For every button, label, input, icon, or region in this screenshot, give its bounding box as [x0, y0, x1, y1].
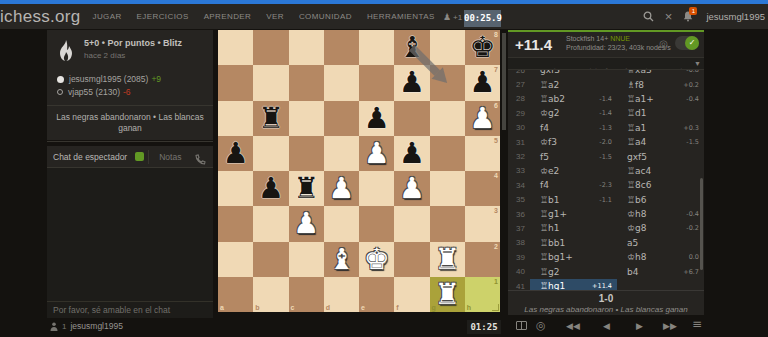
coord-rank-2: 2 [494, 243, 498, 250]
square-b5[interactable] [253, 136, 288, 171]
square-c6[interactable] [289, 101, 324, 136]
move-row-35: 35♖b1-1.1♖b6 [508, 193, 704, 207]
username[interactable]: jesusmgl1995 [706, 11, 765, 22]
move-row-38: 38♖bb1a5 [508, 236, 704, 250]
pawn-icon: ♟ [443, 12, 451, 22]
square-g5[interactable] [430, 136, 465, 171]
square-c4[interactable]: ♜ [289, 171, 324, 206]
square-a4[interactable] [218, 171, 253, 206]
analysis-panel: +11.4 Stockfish 14+ NNUE Profundidad: 23… [508, 30, 704, 315]
square-b3[interactable] [253, 206, 288, 241]
move-list-scrollbar[interactable] [700, 178, 703, 270]
move-39-white[interactable]: ♖bg1+ [530, 250, 617, 264]
pv-expand-icon[interactable]: ▼ [694, 60, 701, 67]
nav-right: × 1 jesusmgl1995 [643, 4, 765, 29]
tab-spectator-chat[interactable]: Chat de espectador [47, 152, 133, 162]
move-list: 26gxf3♕xa3-0.827♖a2♗f8+0.228♖ab2-1.4♖a1+… [508, 70, 704, 290]
move-28-white[interactable]: ♖ab2-1.4 [530, 92, 617, 106]
move-30-black[interactable]: ♖a1+0.3 [617, 121, 704, 135]
square-e2[interactable]: ♚ [359, 242, 394, 277]
square-g8[interactable] [430, 30, 465, 65]
piece-bR-b6[interactable]: ♜ [253, 101, 288, 136]
square-a3[interactable] [218, 206, 253, 241]
square-f1[interactable]: f [394, 277, 429, 312]
move-26-black[interactable]: ♕xa3-0.8 [617, 70, 704, 77]
engine-toggle-knob: ✓ [685, 36, 699, 50]
piece-wK-e2[interactable]: ♚ [359, 242, 394, 277]
move-number: 37 [508, 224, 530, 233]
move-34-white[interactable]: f4-2.3 [530, 178, 617, 192]
coord-file-b: b [255, 304, 259, 311]
nav-item-jugar[interactable]: JUGAR [92, 12, 121, 21]
coord-rank-6: 6 [494, 102, 498, 109]
game-meta-panel: 5+0 • Por puntos • Blitz hace 2 días jes… [47, 30, 213, 140]
chess-board: ♝♚8♟♟7♜♟♟6♟♟♟5♟♜♟♟4♟3♝♚♜2abcdef♜gh1 [218, 30, 500, 312]
move-number: 40 [508, 267, 530, 276]
move-33-white[interactable]: ♔e2 [530, 164, 617, 178]
move-41-black [617, 279, 704, 290]
result-text: Las negras abandonaron • Las blancas gan… [508, 305, 704, 314]
square-f2[interactable] [394, 242, 429, 277]
chat-input[interactable]: Por favor, sé amable en el chat [47, 301, 213, 318]
coord-rank-4: 4 [494, 172, 498, 179]
nav-item-aprender[interactable]: APRENDER [204, 12, 252, 21]
move-row-37: 37♖h1♔g8-0.2 [508, 221, 704, 235]
square-g1[interactable]: ♜g [430, 277, 465, 312]
piece-bP-f5[interactable]: ♟ [394, 136, 429, 171]
square-a5[interactable]: ♟ [218, 136, 253, 171]
coord-file-d: d [326, 304, 330, 311]
move-29-white[interactable]: ♔g2-1.4 [530, 106, 617, 120]
navbar: ichess.org JUGAREJERCICIOSAPRENDERVERCOM… [0, 4, 768, 29]
move-34-black[interactable]: ♖8c6 [617, 178, 704, 192]
move-27-white[interactable]: ♖a2 [530, 77, 617, 91]
rating-delta: +9 [151, 74, 161, 84]
coord-file-g: g [432, 304, 436, 311]
black-clock: 00:25.9 [464, 10, 501, 27]
move-number: 36 [508, 210, 530, 219]
time-control: 5+0 • Por puntos • Blitz [84, 38, 182, 48]
zen-phone-icon[interactable] [195, 151, 206, 169]
black-material-advantage: ♟ +1 [443, 12, 462, 22]
piece-wP-c3[interactable]: ♟ [289, 206, 324, 241]
site-logo[interactable]: ichess.org [0, 7, 80, 27]
square-h6[interactable]: ♟6 [465, 101, 500, 136]
square-h8[interactable]: ♚8 [465, 30, 500, 65]
board-panel-gutter[interactable] [502, 33, 506, 130]
move-row-40: 40♖g2b4+6.7 [508, 264, 704, 278]
move-32-white[interactable]: f5-1.5 [530, 149, 617, 163]
chat-messages [47, 168, 213, 301]
square-b2[interactable] [253, 242, 288, 277]
square-b1[interactable]: b [253, 277, 288, 312]
square-g6[interactable] [430, 101, 465, 136]
previous-move-button[interactable]: ◀ [603, 319, 610, 333]
move-row-31: 31♔f3-2.0♖a4-1.5 [508, 135, 704, 149]
square-e6[interactable]: ♟ [359, 101, 394, 136]
piece-wB-d2[interactable]: ♝ [324, 242, 359, 277]
square-b8[interactable] [253, 30, 288, 65]
game-date[interactable]: hace 2 días [84, 51, 182, 60]
move-number: 27 [508, 80, 530, 89]
move-row-30: 30f4-1.3♖a1+0.3 [508, 121, 704, 135]
tab-notes[interactable]: Notas [153, 152, 187, 162]
coord-file-e: e [361, 304, 365, 311]
move-row-41: 41♖hg1+11.4 [508, 279, 704, 290]
square-h4[interactable]: 4 [465, 171, 500, 206]
coord-rank-3: 3 [494, 207, 498, 214]
square-a8[interactable] [218, 30, 253, 65]
result-score: 1-0 [508, 293, 704, 304]
blitz-flame-icon [57, 40, 75, 68]
move-row-26: 26gxf3♕xa3-0.8 [508, 70, 704, 77]
last-move-button[interactable]: ▶▶ [663, 319, 677, 333]
square-h7[interactable]: ♟7 [465, 65, 500, 100]
move-38-white[interactable]: ♖bb1 [530, 236, 617, 250]
player-name: vjap55 (2130) [68, 87, 120, 97]
first-move-button[interactable]: ◀◀ [566, 319, 580, 333]
square-d3[interactable] [324, 206, 359, 241]
square-e3[interactable] [359, 206, 394, 241]
spectator-name[interactable]: jesusmgl1995 [70, 321, 122, 331]
square-b4[interactable]: ♟ [253, 171, 288, 206]
square-h2[interactable]: 2 [465, 242, 500, 277]
piece-bR-c4[interactable]: ♜ [289, 171, 324, 206]
move-row-34: 34f4-2.3♖8c6 [508, 178, 704, 192]
move-41-white[interactable]: ♖hg1+11.4 [530, 279, 617, 290]
coord-rank-5: 5 [494, 137, 498, 144]
piece-bP-a5[interactable]: ♟ [218, 136, 253, 171]
square-c5[interactable] [289, 136, 324, 171]
tab-divider [148, 150, 149, 164]
move-number: 29 [508, 109, 530, 118]
square-c3[interactable]: ♟ [289, 206, 324, 241]
move-number: 38 [508, 238, 530, 247]
engine-eval: +11.4 [515, 36, 552, 53]
square-d6[interactable] [324, 101, 359, 136]
square-a2[interactable] [218, 242, 253, 277]
move-row-33: 33♔e2♖ac4 [508, 164, 704, 178]
close-icon[interactable]: × [665, 9, 673, 24]
engine-name: Stockfish 14+ NNUE [566, 35, 671, 44]
move-37-white[interactable]: ♖h1 [530, 221, 617, 235]
square-d7[interactable] [324, 65, 359, 100]
chat-panel: Chat de espectador Notas Por favor, sé a… [47, 146, 213, 318]
square-c1[interactable]: c [289, 277, 324, 312]
square-b6[interactable]: ♜ [253, 101, 288, 136]
analysis-controls: ◎ ◀◀ ◀ ▶ ▶▶ ≡ [508, 317, 704, 337]
square-f7[interactable]: ♟ [394, 65, 429, 100]
nav-item-comunidad[interactable]: COMUNIDAD [299, 12, 352, 21]
piece-wP-e5[interactable]: ♟ [359, 136, 394, 171]
pv-line[interactable]: 41... ♗g7 42. ♖xg7 ♖b8 43. ♖xf7 ♖g8 44. … [508, 57, 704, 70]
square-f6[interactable] [394, 101, 429, 136]
square-g3[interactable] [430, 206, 465, 241]
square-h3[interactable]: 3 [465, 206, 500, 241]
square-b7[interactable] [253, 65, 288, 100]
move-33-black[interactable]: ♖ac4 [617, 164, 704, 178]
square-c2[interactable] [289, 242, 324, 277]
piece-bP-b4[interactable]: ♟ [253, 171, 288, 206]
square-f5[interactable]: ♟ [394, 136, 429, 171]
piece-bP-f7[interactable]: ♟ [394, 65, 429, 100]
coord-file-a: a [220, 304, 224, 311]
search-icon[interactable] [643, 11, 654, 22]
white-clock: 01:25 [467, 320, 501, 334]
square-a6[interactable] [218, 101, 253, 136]
piece-bB-f8[interactable]: ♝ [394, 30, 429, 65]
next-move-button[interactable]: ▶ [636, 319, 643, 333]
move-number: 34 [508, 181, 530, 190]
move-29-black[interactable]: ♖d1 [617, 106, 704, 120]
move-number: 28 [508, 94, 530, 103]
engine-depth: Profundidad: 23/23, 403k nodes/s [566, 44, 671, 53]
move-number: 31 [508, 138, 530, 147]
coord-file-h: h [467, 304, 471, 311]
chat-toggle[interactable] [135, 152, 144, 161]
rating-delta: -6 [123, 87, 131, 97]
move-35-black[interactable]: ♖b6 [617, 193, 704, 207]
move-number: 39 [508, 253, 530, 262]
move-row-28: 28♖ab2-1.4♖a1+-0.4 [508, 92, 704, 106]
square-g4[interactable] [430, 171, 465, 206]
player-name: jesusmgl1995 (2085) [69, 74, 148, 84]
opening-book-icon[interactable] [516, 321, 527, 330]
coord-rank-1: 1 [494, 278, 498, 285]
move-number: 26 [508, 70, 530, 75]
move-40-black[interactable]: b4+6.7 [617, 264, 704, 278]
player-row-white[interactable]: jesusmgl1995 (2085)+9 [57, 74, 203, 84]
piece-wP-d4[interactable]: ♟ [324, 171, 359, 206]
gear-cycle-icon[interactable]: ◎ [536, 319, 546, 333]
move-30-white[interactable]: f4-1.3 [530, 121, 617, 135]
players-list: jesusmgl1995 (2085)+9vjap55 (2130)-6 [47, 72, 213, 106]
square-e5[interactable]: ♟ [359, 136, 394, 171]
black-player-disc-icon [57, 89, 63, 95]
move-37-black[interactable]: ♔g8-0.2 [617, 221, 704, 235]
square-e1[interactable]: e [359, 277, 394, 312]
move-35-white[interactable]: ♖b1-1.1 [530, 193, 617, 207]
notification-bell-icon[interactable]: 1 [683, 11, 693, 22]
move-36-white[interactable]: ♖g1+ [530, 207, 617, 221]
move-40-white[interactable]: ♖g2 [530, 264, 617, 278]
player-row-black[interactable]: vjap55 (2130)-6 [57, 87, 203, 97]
move-26-white[interactable]: gxf3 [530, 70, 617, 77]
notification-badge: 1 [689, 7, 697, 15]
practice-target-icon[interactable]: ◎ [659, 38, 668, 49]
move-32-black[interactable]: gxf5 [617, 149, 704, 163]
square-f3[interactable] [394, 206, 429, 241]
square-g7[interactable] [430, 65, 465, 100]
move-number: 33 [508, 166, 530, 175]
move-31-black[interactable]: ♖a4-1.5 [617, 135, 704, 149]
square-e8[interactable] [359, 30, 394, 65]
move-36-black[interactable]: ♔h8-0.4 [617, 207, 704, 221]
board-resize-handle[interactable] [492, 304, 499, 311]
square-f8[interactable]: ♝ [394, 30, 429, 65]
piece-wP-f4[interactable]: ♟ [394, 171, 429, 206]
person-icon [50, 322, 58, 331]
nav-menu: JUGAREJERCICIOSAPRENDERVERCOMUNIDADHERRA… [92, 12, 434, 21]
move-number: 35 [508, 195, 530, 204]
square-d8[interactable] [324, 30, 359, 65]
nav-item-ejercicios[interactable]: EJERCICIOS [137, 12, 189, 21]
square-a1[interactable]: a [218, 277, 253, 312]
move-number: 32 [508, 152, 530, 161]
square-d5[interactable] [324, 136, 359, 171]
square-e7[interactable] [359, 65, 394, 100]
move-row-32: 32f5-1.5gxf5 [508, 149, 704, 163]
coord-rank-7: 7 [494, 66, 498, 73]
engine-variant: NNUE [610, 35, 630, 42]
piece-bP-e6[interactable]: ♟ [359, 101, 394, 136]
square-d2[interactable]: ♝ [324, 242, 359, 277]
square-e4[interactable] [359, 171, 394, 206]
move-row-29: 29♔g2-1.4♖d1 [508, 106, 704, 120]
white-player-disc-icon [57, 76, 64, 83]
square-d1[interactable]: d [324, 277, 359, 312]
nav-item-herramientas[interactable]: HERRAMIENTAS [367, 12, 435, 21]
square-f4[interactable]: ♟ [394, 171, 429, 206]
coord-file-c: c [291, 304, 295, 311]
move-row-27: 27♖a2♗f8+0.2 [508, 77, 704, 91]
move-row-39: 39♖bg1+♔h80.0 [508, 250, 704, 264]
engine-toggle[interactable]: ✓ [675, 36, 699, 50]
move-row-36: 36♖g1+♔h8-0.4 [508, 207, 704, 221]
square-c7[interactable] [289, 65, 324, 100]
move-27-black[interactable]: ♗f8+0.2 [617, 77, 704, 91]
move-number: 30 [508, 123, 530, 132]
spectator-count: 1 [62, 322, 66, 331]
square-h5[interactable]: 5 [465, 136, 500, 171]
square-d4[interactable]: ♟ [324, 171, 359, 206]
menu-icon[interactable]: ≡ [692, 317, 702, 331]
square-a7[interactable] [218, 65, 253, 100]
square-g2[interactable]: ♜ [430, 242, 465, 277]
spectator-list: 1 jesusmgl1995 [50, 321, 123, 331]
move-31-white[interactable]: ♔f3-2.0 [530, 135, 617, 149]
move-39-black[interactable]: ♔h80.0 [617, 250, 704, 264]
coord-rank-8: 8 [494, 31, 498, 38]
piece-wR-g2[interactable]: ♜ [430, 242, 465, 277]
move-28-black[interactable]: ♖a1+-0.4 [617, 92, 704, 106]
square-c8[interactable] [289, 30, 324, 65]
game-result-note: Las negras abandonaron • Las blancas gan… [47, 106, 213, 142]
nav-item-ver[interactable]: VER [266, 12, 284, 21]
move-number: 41 [508, 282, 530, 290]
coord-file-f: f [396, 304, 398, 311]
move-38-black[interactable]: a5 [617, 236, 704, 250]
